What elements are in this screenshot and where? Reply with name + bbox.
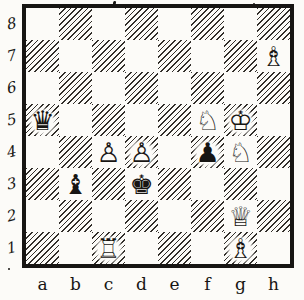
square-c2[interactable]	[92, 200, 125, 232]
paper-speck	[253, 3, 255, 5]
square-g6[interactable]	[224, 72, 257, 104]
square-d8[interactable]	[125, 8, 158, 40]
piece-white-pawn[interactable]: ♙	[125, 136, 158, 168]
piece-black-pawn[interactable]: ♟	[191, 136, 224, 168]
file-label-c: c	[92, 271, 125, 297]
file-label-d: d	[125, 271, 158, 297]
file-label-e: e	[158, 271, 191, 297]
board-frame: ♗♛♘♔♙♙♟♘♝♚♕♖♗	[22, 4, 294, 268]
square-g5[interactable]: ♔	[224, 104, 257, 136]
piece-black-king[interactable]: ♚	[125, 168, 158, 200]
square-a8[interactable]	[26, 8, 59, 40]
piece-black-queen[interactable]: ♛	[26, 104, 59, 136]
piece-white-rook[interactable]: ♖	[92, 232, 125, 264]
chess-board: ♗♛♘♔♙♙♟♘♝♚♕♖♗	[26, 8, 290, 264]
file-label-f: f	[191, 271, 224, 297]
rank-label-5: 5	[0, 102, 24, 138]
square-a1[interactable]	[26, 232, 59, 264]
rank-label-6: 6	[0, 70, 24, 106]
square-a5[interactable]: ♛	[26, 104, 59, 136]
square-d7[interactable]	[125, 40, 158, 72]
square-h2[interactable]	[257, 200, 290, 232]
file-label-a: a	[26, 271, 59, 297]
square-d4[interactable]: ♙	[125, 136, 158, 168]
square-a7[interactable]	[26, 40, 59, 72]
square-h1[interactable]	[257, 232, 290, 264]
square-b7[interactable]	[59, 40, 92, 72]
square-f7[interactable]	[191, 40, 224, 72]
square-e1[interactable]	[158, 232, 191, 264]
square-g2[interactable]: ♕	[224, 200, 257, 232]
square-f4[interactable]: ♟	[191, 136, 224, 168]
piece-white-bishop[interactable]: ♗	[224, 232, 257, 264]
square-e4[interactable]	[158, 136, 191, 168]
piece-white-knight[interactable]: ♘	[191, 104, 224, 136]
square-d3[interactable]: ♚	[125, 168, 158, 200]
square-h4[interactable]	[257, 136, 290, 168]
square-e5[interactable]	[158, 104, 191, 136]
square-b4[interactable]	[59, 136, 92, 168]
square-e2[interactable]	[158, 200, 191, 232]
square-a6[interactable]	[26, 72, 59, 104]
piece-black-bishop[interactable]: ♝	[59, 168, 92, 200]
square-d6[interactable]	[125, 72, 158, 104]
piece-white-knight[interactable]: ♘	[224, 136, 257, 168]
square-a3[interactable]	[26, 168, 59, 200]
square-d5[interactable]	[125, 104, 158, 136]
square-d2[interactable]	[125, 200, 158, 232]
square-b6[interactable]	[59, 72, 92, 104]
square-g7[interactable]	[224, 40, 257, 72]
piece-white-bishop[interactable]: ♗	[257, 40, 290, 72]
square-a2[interactable]	[26, 200, 59, 232]
square-e6[interactable]	[158, 72, 191, 104]
rank-labels: 87654321	[1, 8, 20, 264]
square-h3[interactable]	[257, 168, 290, 200]
square-h8[interactable]	[257, 8, 290, 40]
square-b5[interactable]	[59, 104, 92, 136]
square-g3[interactable]	[224, 168, 257, 200]
square-f1[interactable]	[191, 232, 224, 264]
square-f8[interactable]	[191, 8, 224, 40]
square-e3[interactable]	[158, 168, 191, 200]
file-labels: abcdefgh	[26, 271, 290, 297]
square-h5[interactable]	[257, 104, 290, 136]
rank-label-8: 8	[0, 6, 24, 42]
square-a4[interactable]	[26, 136, 59, 168]
square-b3[interactable]: ♝	[59, 168, 92, 200]
square-c5[interactable]	[92, 104, 125, 136]
square-c1[interactable]: ♖	[92, 232, 125, 264]
square-b1[interactable]	[59, 232, 92, 264]
square-c4[interactable]: ♙	[92, 136, 125, 168]
square-c8[interactable]	[92, 8, 125, 40]
square-c3[interactable]	[92, 168, 125, 200]
square-g4[interactable]: ♘	[224, 136, 257, 168]
square-e7[interactable]	[158, 40, 191, 72]
rank-label-3: 3	[0, 166, 24, 202]
square-h6[interactable]	[257, 72, 290, 104]
square-f3[interactable]	[191, 168, 224, 200]
paper-speck	[8, 268, 10, 270]
square-f2[interactable]	[191, 200, 224, 232]
square-g8[interactable]	[224, 8, 257, 40]
file-label-g: g	[224, 271, 257, 297]
file-label-b: b	[59, 271, 92, 297]
square-c7[interactable]	[92, 40, 125, 72]
square-c6[interactable]	[92, 72, 125, 104]
file-label-h: h	[257, 271, 290, 297]
rank-label-7: 7	[0, 38, 24, 74]
chess-diagram: 87654321 ♗♛♘♔♙♙♟♘♝♚♕♖♗ abcdefgh	[0, 0, 304, 300]
square-b2[interactable]	[59, 200, 92, 232]
rank-label-4: 4	[0, 134, 24, 170]
square-b8[interactable]	[59, 8, 92, 40]
square-d1[interactable]	[125, 232, 158, 264]
square-g1[interactable]: ♗	[224, 232, 257, 264]
square-f6[interactable]	[191, 72, 224, 104]
rank-label-2: 2	[0, 198, 24, 234]
rank-label-1: 1	[0, 230, 24, 266]
square-h7[interactable]: ♗	[257, 40, 290, 72]
piece-white-pawn[interactable]: ♙	[92, 136, 125, 168]
piece-white-king[interactable]: ♔	[224, 104, 257, 136]
piece-white-queen[interactable]: ♕	[224, 200, 257, 232]
square-f5[interactable]: ♘	[191, 104, 224, 136]
square-e8[interactable]	[158, 8, 191, 40]
